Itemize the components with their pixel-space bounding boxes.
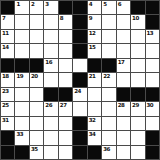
black-cell-r3c5 — [73, 44, 86, 57]
clue-number-2: 2 — [31, 1, 34, 7]
clue-number-4: 4 — [89, 1, 92, 7]
white-cell-r0c2[interactable]: 2 — [30, 1, 43, 14]
black-cell-r6c8 — [117, 88, 130, 101]
white-cell-r4c3[interactable]: 16 — [44, 59, 57, 72]
clue-number-26: 26 — [45, 102, 52, 108]
clue-number-35: 35 — [31, 146, 38, 152]
white-cell-r8c8[interactable] — [117, 117, 130, 130]
clue-number-22: 22 — [103, 73, 110, 79]
white-cell-r8c0[interactable]: 31 — [1, 117, 14, 130]
clue-number-25: 25 — [2, 102, 9, 108]
clue-number-29: 29 — [132, 102, 139, 108]
clue-number-19: 19 — [16, 73, 23, 79]
white-cell-r3c1[interactable] — [15, 44, 28, 57]
white-cell-r9c8[interactable] — [117, 131, 130, 144]
white-cell-r10c2[interactable]: 35 — [30, 146, 43, 159]
white-cell-r7c6[interactable] — [88, 102, 101, 115]
white-cell-r8c6[interactable]: 32 — [88, 117, 101, 130]
white-cell-r8c3[interactable] — [44, 117, 57, 130]
white-cell-r1c7[interactable] — [102, 15, 115, 28]
white-cell-r0c1[interactable]: 1 — [15, 1, 28, 14]
white-cell-r7c9[interactable]: 29 — [131, 102, 144, 115]
clue-number-15: 15 — [89, 44, 96, 50]
clue-number-17: 17 — [118, 59, 125, 65]
clue-number-3: 3 — [45, 1, 48, 7]
white-cell-r9c3[interactable] — [44, 131, 57, 144]
white-cell-r2c1[interactable] — [15, 30, 28, 43]
white-cell-r4c4[interactable] — [59, 59, 72, 72]
white-cell-r7c4[interactable]: 27 — [59, 102, 72, 115]
white-cell-r2c3[interactable] — [44, 30, 57, 43]
white-cell-r6c1[interactable] — [15, 88, 28, 101]
clue-number-9: 9 — [89, 15, 92, 21]
white-cell-r8c1[interactable] — [15, 117, 28, 130]
white-cell-r7c5[interactable] — [73, 102, 86, 115]
white-cell-r10c4[interactable] — [59, 146, 72, 159]
white-cell-r5c8[interactable] — [117, 73, 130, 86]
black-cell-r9c0 — [1, 131, 14, 144]
white-cell-r3c3[interactable] — [44, 44, 57, 57]
black-cell-r10c10 — [146, 146, 159, 159]
white-cell-r3c10[interactable] — [146, 44, 159, 57]
white-cell-r10c7[interactable]: 36 — [102, 146, 115, 159]
white-cell-r4c5[interactable] — [73, 59, 86, 72]
black-cell-r10c6 — [88, 146, 101, 159]
black-cell-r0c9 — [131, 1, 144, 14]
white-cell-r5c7[interactable]: 22 — [102, 73, 115, 86]
white-cell-r7c2[interactable] — [30, 102, 43, 115]
clue-number-32: 32 — [89, 117, 96, 123]
white-cell-r5c1[interactable]: 19 — [15, 73, 28, 86]
clue-number-12: 12 — [89, 30, 96, 36]
white-cell-r2c0[interactable]: 11 — [1, 30, 14, 43]
black-cell-r0c5 — [73, 1, 86, 14]
white-cell-r3c2[interactable] — [30, 44, 43, 57]
white-cell-r2c2[interactable] — [30, 30, 43, 43]
white-cell-r8c10[interactable] — [146, 117, 159, 130]
white-cell-r9c9[interactable] — [131, 131, 144, 144]
white-cell-r3c4[interactable] — [59, 44, 72, 57]
crossword-board: 1234567891011121314151617181920212223242… — [0, 0, 160, 160]
white-cell-r7c10[interactable]: 30 — [146, 102, 159, 115]
white-cell-r8c7[interactable] — [102, 117, 115, 130]
white-cell-r0c7[interactable]: 5 — [102, 1, 115, 14]
black-cell-r4c0 — [1, 59, 14, 72]
white-cell-r1c3[interactable] — [44, 15, 57, 28]
clue-number-14: 14 — [2, 44, 9, 50]
white-cell-r7c0[interactable]: 25 — [1, 102, 14, 115]
clue-number-16: 16 — [45, 59, 52, 65]
white-cell-r3c9[interactable] — [131, 44, 144, 57]
black-cell-r1c10 — [146, 15, 159, 28]
white-cell-r2c6[interactable]: 12 — [88, 30, 101, 43]
white-cell-r8c2[interactable] — [30, 117, 43, 130]
black-cell-r5c5 — [73, 73, 86, 86]
white-cell-r5c6[interactable]: 21 — [88, 73, 101, 86]
clue-number-5: 5 — [103, 1, 106, 7]
white-cell-r2c9[interactable] — [131, 30, 144, 43]
white-cell-r1c4[interactable]: 8 — [59, 15, 72, 28]
white-cell-r5c4[interactable] — [59, 73, 72, 86]
black-cell-r6c3 — [44, 88, 57, 101]
white-cell-r6c0[interactable]: 23 — [1, 88, 14, 101]
white-cell-r4c9[interactable] — [131, 59, 144, 72]
white-cell-r7c3[interactable]: 26 — [44, 102, 57, 115]
black-cell-r4c6 — [88, 59, 101, 72]
clue-number-1: 1 — [16, 1, 19, 7]
white-cell-r10c9[interactable] — [131, 146, 144, 159]
white-cell-r6c7[interactable] — [102, 88, 115, 101]
white-cell-r5c3[interactable] — [44, 73, 57, 86]
white-cell-r1c1[interactable] — [15, 15, 28, 28]
clue-number-28: 28 — [118, 102, 125, 108]
black-cell-r4c1 — [15, 59, 28, 72]
white-cell-r8c4[interactable] — [59, 117, 72, 130]
clue-number-10: 10 — [132, 15, 139, 21]
clue-number-7: 7 — [2, 15, 5, 21]
black-cell-r10c5 — [73, 146, 86, 159]
black-cell-r10c0 — [1, 146, 14, 159]
clue-number-8: 8 — [60, 15, 63, 21]
white-cell-r5c10[interactable] — [146, 73, 159, 86]
clue-number-6: 6 — [118, 1, 121, 7]
white-cell-r0c6[interactable]: 4 — [88, 1, 101, 14]
white-cell-r9c4[interactable] — [59, 131, 72, 144]
clue-number-21: 21 — [89, 73, 96, 79]
white-cell-r7c7[interactable] — [102, 102, 115, 115]
clue-number-18: 18 — [2, 73, 9, 79]
white-cell-r6c6[interactable] — [88, 88, 101, 101]
white-cell-r6c5[interactable]: 24 — [73, 88, 86, 101]
black-cell-r0c4 — [59, 1, 72, 14]
white-cell-r3c6[interactable]: 15 — [88, 44, 101, 57]
black-cell-r0c0 — [1, 1, 14, 14]
white-cell-r4c8[interactable]: 17 — [117, 59, 130, 72]
black-cell-r6c4 — [59, 88, 72, 101]
clue-number-24: 24 — [74, 88, 81, 94]
black-cell-r1c5 — [73, 15, 86, 28]
white-cell-r1c9[interactable]: 10 — [131, 15, 144, 28]
white-cell-r2c10[interactable]: 13 — [146, 30, 159, 43]
white-cell-r2c4[interactable] — [59, 30, 72, 43]
black-cell-r6c9 — [131, 88, 144, 101]
white-cell-r9c7[interactable] — [102, 131, 115, 144]
white-cell-r7c1[interactable] — [15, 102, 28, 115]
white-cell-r0c8[interactable]: 6 — [117, 1, 130, 14]
white-cell-r1c6[interactable]: 9 — [88, 15, 101, 28]
white-cell-r4c10[interactable] — [146, 59, 159, 72]
clue-number-23: 23 — [2, 88, 9, 94]
white-cell-r1c2[interactable] — [30, 15, 43, 28]
clue-number-36: 36 — [103, 146, 110, 152]
white-cell-r9c2[interactable] — [30, 131, 43, 144]
black-cell-r8c5 — [73, 117, 86, 130]
clue-number-13: 13 — [147, 30, 154, 36]
black-cell-r4c2 — [30, 59, 43, 72]
clue-number-31: 31 — [2, 117, 9, 123]
white-cell-r3c8[interactable] — [117, 44, 130, 57]
white-cell-r10c8[interactable] — [117, 146, 130, 159]
clue-number-20: 20 — [31, 73, 38, 79]
white-cell-r1c8[interactable] — [117, 15, 130, 28]
black-cell-r4c7 — [102, 59, 115, 72]
white-cell-r9c1[interactable]: 33 — [15, 131, 28, 144]
clue-number-30: 30 — [147, 102, 154, 108]
white-cell-r2c8[interactable] — [117, 30, 130, 43]
white-cell-r1c0[interactable]: 7 — [1, 15, 14, 28]
white-cell-r5c9[interactable] — [131, 73, 144, 86]
white-cell-r3c0[interactable]: 14 — [1, 44, 14, 57]
black-cell-r6c10 — [146, 88, 159, 101]
white-cell-r10c3[interactable] — [44, 146, 57, 159]
white-cell-r2c7[interactable] — [102, 30, 115, 43]
white-cell-r7c8[interactable]: 28 — [117, 102, 130, 115]
clue-number-27: 27 — [60, 102, 67, 108]
white-cell-r5c2[interactable]: 20 — [30, 73, 43, 86]
white-cell-r3c7[interactable] — [102, 44, 115, 57]
black-cell-r10c1 — [15, 146, 28, 159]
white-cell-r6c2[interactable] — [30, 88, 43, 101]
clue-number-34: 34 — [89, 131, 96, 137]
black-cell-r9c10 — [146, 131, 159, 144]
white-cell-r8c9[interactable] — [131, 117, 144, 130]
white-cell-r0c3[interactable]: 3 — [44, 1, 57, 14]
black-cell-r2c5 — [73, 30, 86, 43]
black-cell-r9c5 — [73, 131, 86, 144]
clue-number-33: 33 — [16, 131, 23, 137]
black-cell-r0c10 — [146, 1, 159, 14]
clue-number-11: 11 — [2, 30, 9, 36]
white-cell-r5c0[interactable]: 18 — [1, 73, 14, 86]
white-cell-r9c6[interactable]: 34 — [88, 131, 101, 144]
